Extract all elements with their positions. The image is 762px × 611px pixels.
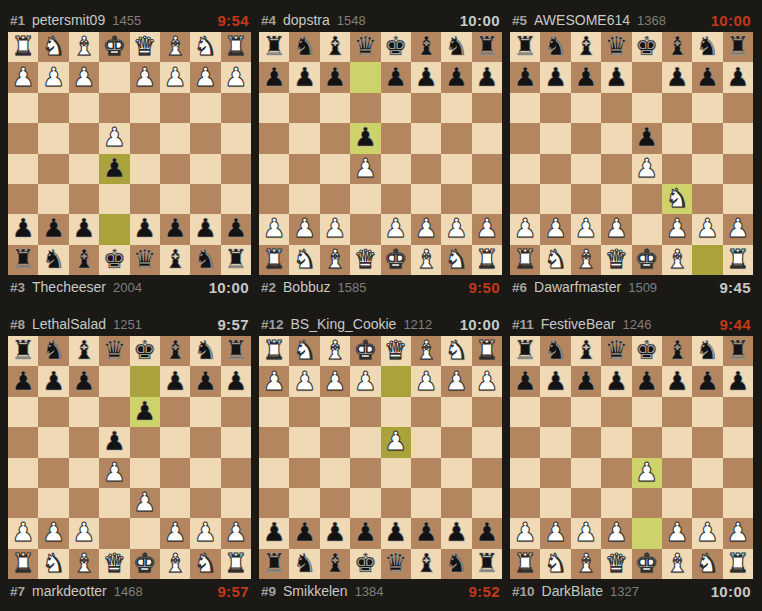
square-h1: ♜ [259, 336, 289, 366]
black-king-piece: ♚ [103, 246, 126, 272]
white-pawn-piece: ♟ [163, 519, 186, 545]
square-f5 [662, 123, 692, 153]
black-knight-piece: ♞ [544, 337, 567, 363]
square-h8: ♜ [472, 32, 502, 62]
board-number: #3 [10, 280, 25, 295]
square-d8: ♛ [99, 336, 129, 366]
square-d1: ♛ [601, 549, 631, 579]
black-king-piece: ♚ [635, 337, 658, 363]
square-a8: ♜ [510, 336, 540, 366]
square-c8: ♝ [69, 336, 99, 366]
square-a2: ♟ [221, 62, 251, 92]
white-rook-piece: ♜ [475, 246, 498, 272]
square-c2: ♟ [571, 518, 601, 548]
player-bar-top: #4 dopstra 1548 10:00 [259, 8, 502, 32]
square-e4: ♟ [632, 458, 662, 488]
square-h5 [723, 123, 753, 153]
square-h7: ♟ [723, 62, 753, 92]
square-f4 [662, 458, 692, 488]
square-a4 [510, 154, 540, 184]
player-rating: 1585 [338, 280, 367, 295]
square-a1: ♜ [221, 32, 251, 62]
square-f2: ♟ [69, 62, 99, 92]
square-g4 [289, 427, 319, 457]
square-e6 [632, 93, 662, 123]
square-b2: ♟ [190, 62, 220, 92]
square-a4 [472, 427, 502, 457]
square-b2: ♟ [38, 518, 68, 548]
square-f1: ♝ [320, 336, 350, 366]
square-c5 [571, 427, 601, 457]
black-bishop-piece: ♝ [574, 337, 597, 363]
square-c6 [571, 397, 601, 427]
white-rook-piece: ♜ [514, 246, 537, 272]
square-b7: ♟ [289, 62, 319, 92]
white-pawn-piece: ♟ [696, 519, 719, 545]
square-e4 [130, 458, 160, 488]
black-rook-piece: ♜ [12, 246, 35, 272]
black-king-piece: ♚ [635, 33, 658, 59]
black-rook-piece: ♜ [263, 550, 286, 576]
black-pawn-piece: ♟ [696, 368, 719, 394]
square-g6 [692, 397, 722, 427]
white-pawn-piece: ♟ [42, 519, 65, 545]
white-king-piece: ♚ [103, 33, 126, 59]
square-g5 [692, 427, 722, 457]
square-e1: ♚ [350, 336, 380, 366]
square-d8: ♛ [381, 549, 411, 579]
square-h7: ♟ [221, 366, 251, 396]
black-pawn-piece: ♟ [323, 519, 346, 545]
white-knight-piece: ♞ [696, 550, 719, 576]
square-b5 [441, 458, 471, 488]
black-pawn-piece: ♟ [726, 368, 749, 394]
player-clock: 9:50 [468, 279, 500, 296]
black-bishop-piece: ♝ [323, 33, 346, 59]
black-pawn-piece: ♟ [544, 368, 567, 394]
square-g5 [190, 427, 220, 457]
boards-grid: #1 petersmit09 1455 9:54 ♜♞♝♚♛♝♞♜♟♟♟♟♟♟♟… [0, 0, 762, 611]
square-b5 [540, 123, 570, 153]
square-a5 [510, 427, 540, 457]
square-d5 [130, 154, 160, 184]
square-g1 [692, 245, 722, 275]
square-g8: ♞ [441, 32, 471, 62]
black-pawn-piece: ♟ [475, 519, 498, 545]
square-d1: ♛ [601, 245, 631, 275]
board-number: #8 [10, 317, 25, 332]
square-f8: ♝ [160, 336, 190, 366]
black-knight-piece: ♞ [696, 337, 719, 363]
square-b4 [38, 458, 68, 488]
square-c4 [69, 458, 99, 488]
white-knight-piece: ♞ [665, 185, 688, 211]
white-king-piece: ♚ [635, 550, 658, 576]
square-e2 [130, 518, 160, 548]
square-d8: ♛ [601, 32, 631, 62]
white-pawn-piece: ♟ [293, 215, 316, 241]
square-c3 [160, 93, 190, 123]
white-king-piece: ♚ [635, 246, 658, 272]
square-h8: ♜ [259, 549, 289, 579]
black-knight-piece: ♞ [445, 33, 468, 59]
player-clock: 9:57 [217, 583, 249, 600]
square-h5 [472, 123, 502, 153]
square-e8: ♚ [130, 336, 160, 366]
square-c6 [571, 93, 601, 123]
black-king-piece: ♚ [133, 337, 156, 363]
white-rook-piece: ♜ [475, 337, 498, 363]
black-pawn-piece: ♟ [133, 398, 156, 424]
white-king-piece: ♚ [384, 246, 407, 272]
square-c3 [69, 488, 99, 518]
square-h6 [723, 397, 753, 427]
player-bar-bottom: #10 DarkBlate 1327 10:00 [510, 579, 753, 603]
white-pawn-piece: ♟ [414, 215, 437, 241]
black-rook-piece: ♜ [726, 337, 749, 363]
square-h6 [259, 488, 289, 518]
square-d2 [99, 518, 129, 548]
white-queen-piece: ♛ [354, 246, 377, 272]
square-g2: ♟ [289, 366, 319, 396]
square-b2: ♟ [540, 214, 570, 244]
square-b8: ♞ [441, 549, 471, 579]
player-name: dopstra [283, 12, 330, 28]
player-name: BS_King_Cookie [291, 316, 397, 332]
square-e7: ♟ [350, 518, 380, 548]
square-h4 [259, 427, 289, 457]
square-h2: ♟ [472, 214, 502, 244]
square-g5 [441, 123, 471, 153]
black-pawn-piece: ♟ [605, 64, 628, 90]
white-bishop-piece: ♝ [72, 33, 95, 59]
black-rook-piece: ♜ [475, 33, 498, 59]
square-e3 [632, 184, 662, 214]
chess-board[interactable]: ♜♞♝♛♚♝♞♜♟♟♟♟♟♟♟♟♟♟♟♟♟♟♟♟♜♞♝♛♚♝♞♜ [8, 336, 251, 579]
square-g3 [289, 397, 319, 427]
black-knight-piece: ♞ [42, 246, 65, 272]
white-pawn-piece: ♟ [445, 368, 468, 394]
white-pawn-piece: ♟ [103, 124, 126, 150]
square-e4: ♟ [632, 154, 662, 184]
square-c8: ♝ [160, 245, 190, 275]
black-queen-piece: ♛ [133, 246, 156, 272]
square-d7: ♟ [381, 518, 411, 548]
black-pawn-piece: ♟ [696, 64, 719, 90]
square-d2: ♟ [601, 214, 631, 244]
square-h3 [723, 488, 753, 518]
square-c4 [571, 154, 601, 184]
white-knight-piece: ♞ [445, 337, 468, 363]
player-clock: 10:00 [711, 583, 751, 600]
square-c4 [160, 123, 190, 153]
black-pawn-piece: ♟ [514, 64, 537, 90]
square-c8: ♝ [571, 32, 601, 62]
black-pawn-piece: ♟ [103, 428, 126, 454]
board-number: #11 [512, 317, 534, 332]
square-f2: ♟ [662, 518, 692, 548]
square-b3 [441, 397, 471, 427]
black-pawn-piece: ♟ [12, 368, 35, 394]
square-e3: ♟ [130, 488, 160, 518]
white-pawn-piece: ♟ [665, 215, 688, 241]
square-g2: ♟ [441, 214, 471, 244]
square-c7: ♟ [69, 366, 99, 396]
white-pawn-piece: ♟ [72, 64, 95, 90]
square-g6 [692, 93, 722, 123]
square-e5 [130, 427, 160, 457]
white-knight-piece: ♞ [42, 33, 65, 59]
board-number: #5 [512, 13, 527, 28]
square-d5: ♟ [99, 427, 129, 457]
white-pawn-piece: ♟ [12, 519, 35, 545]
square-a6 [472, 488, 502, 518]
square-a1: ♜ [259, 245, 289, 275]
square-d3 [130, 93, 160, 123]
square-b8: ♞ [38, 336, 68, 366]
square-f3 [160, 488, 190, 518]
black-pawn-piece: ♟ [163, 215, 186, 241]
square-d6 [130, 184, 160, 214]
square-e3 [381, 184, 411, 214]
square-b3 [289, 184, 319, 214]
square-b7: ♟ [540, 62, 570, 92]
square-b2: ♟ [441, 366, 471, 396]
black-bishop-piece: ♝ [414, 550, 437, 576]
black-pawn-piece: ♟ [194, 215, 217, 241]
square-c8: ♝ [411, 549, 441, 579]
square-b8: ♞ [540, 32, 570, 62]
chess-board[interactable]: ♜♞♝♛♚♝♞♜♟♟♟♟♟♟♟♟♟♞♟♟♟♟♟♟♟♜♞♝♛♚♝♜ [510, 32, 753, 275]
square-h6 [221, 397, 251, 427]
white-queen-piece: ♛ [384, 337, 407, 363]
black-bishop-piece: ♝ [323, 550, 346, 576]
square-c7: ♟ [571, 62, 601, 92]
square-h2: ♟ [723, 518, 753, 548]
square-h5 [8, 154, 38, 184]
square-f8: ♝ [411, 32, 441, 62]
square-f4 [160, 458, 190, 488]
square-c6 [411, 488, 441, 518]
chess-board[interactable]: ♜♞♝♛♚♝♞♜♟♟♟♟♟♟♟♟♟♟♟♟♟♟♟♟♜♞♝♛♚♝♞♜ [259, 32, 502, 275]
white-pawn-piece: ♟ [354, 155, 377, 181]
square-a4 [221, 123, 251, 153]
black-pawn-piece: ♟ [665, 368, 688, 394]
square-b4 [289, 154, 319, 184]
square-g3 [692, 184, 722, 214]
player-bar-bottom: #2 Bobbuz 1585 9:50 [259, 275, 502, 299]
white-pawn-piece: ♟ [726, 215, 749, 241]
square-f4 [411, 154, 441, 184]
board-number: #4 [261, 13, 276, 28]
square-f6 [160, 397, 190, 427]
square-d3 [601, 488, 631, 518]
square-c5 [411, 458, 441, 488]
player-bar-top: #11 FestiveBear 1246 9:44 [510, 312, 753, 336]
player-rating: 1368 [637, 13, 666, 28]
square-f5 [662, 427, 692, 457]
black-pawn-piece: ♟ [163, 368, 186, 394]
square-a3 [259, 184, 289, 214]
square-f5 [320, 458, 350, 488]
square-e6 [350, 488, 380, 518]
square-f1: ♝ [69, 32, 99, 62]
square-a5 [259, 123, 289, 153]
square-b6 [441, 488, 471, 518]
square-g7: ♟ [692, 366, 722, 396]
square-d7 [350, 62, 380, 92]
white-knight-piece: ♞ [194, 550, 217, 576]
square-f4 [69, 123, 99, 153]
square-c7: ♟ [160, 214, 190, 244]
square-e2: ♟ [350, 366, 380, 396]
square-f2: ♟ [160, 518, 190, 548]
square-d5: ♟ [350, 123, 380, 153]
player-bar-top: #1 petersmit09 1455 9:54 [8, 8, 251, 32]
black-pawn-piece: ♟ [263, 519, 286, 545]
square-g5 [289, 458, 319, 488]
square-a5 [8, 427, 38, 457]
square-a3 [510, 488, 540, 518]
board-number: #2 [261, 280, 276, 295]
square-d1: ♛ [130, 32, 160, 62]
square-a2: ♟ [510, 214, 540, 244]
black-bishop-piece: ♝ [163, 337, 186, 363]
square-g7: ♟ [289, 518, 319, 548]
white-pawn-piece: ♟ [696, 215, 719, 241]
square-c1: ♝ [160, 32, 190, 62]
square-e7 [632, 62, 662, 92]
player-clock: 9:52 [468, 583, 500, 600]
black-queen-piece: ♛ [354, 33, 377, 59]
black-king-piece: ♚ [384, 33, 407, 59]
player-rating: 1384 [355, 584, 384, 599]
square-f7: ♟ [69, 214, 99, 244]
square-b1: ♞ [190, 32, 220, 62]
square-d3 [601, 184, 631, 214]
black-king-piece: ♚ [354, 550, 377, 576]
white-king-piece: ♚ [133, 550, 156, 576]
square-d6 [350, 93, 380, 123]
square-e7 [130, 366, 160, 396]
square-e4: ♟ [99, 123, 129, 153]
black-pawn-piece: ♟ [293, 519, 316, 545]
game-board-card: #5 AWESOME614 1368 10:00 ♜♞♝♛♚♝♞♜♟♟♟♟♟♟♟… [510, 8, 753, 299]
black-rook-piece: ♜ [475, 550, 498, 576]
square-g1: ♞ [441, 245, 471, 275]
black-pawn-piece: ♟ [72, 368, 95, 394]
square-h8: ♜ [8, 245, 38, 275]
square-d4 [130, 123, 160, 153]
square-h1: ♜ [723, 549, 753, 579]
white-rook-piece: ♜ [263, 337, 286, 363]
square-d8: ♛ [130, 245, 160, 275]
square-h2: ♟ [8, 62, 38, 92]
square-f2: ♟ [411, 214, 441, 244]
square-c2: ♟ [320, 214, 350, 244]
square-c7: ♟ [320, 62, 350, 92]
square-g8: ♞ [289, 549, 319, 579]
square-f3 [411, 184, 441, 214]
square-c3 [320, 184, 350, 214]
black-rook-piece: ♜ [514, 33, 537, 59]
white-queen-piece: ♛ [605, 550, 628, 576]
square-e5 [381, 123, 411, 153]
white-pawn-piece: ♟ [224, 64, 247, 90]
white-pawn-piece: ♟ [133, 64, 156, 90]
white-pawn-piece: ♟ [133, 489, 156, 515]
square-h1: ♜ [221, 549, 251, 579]
square-c8: ♝ [571, 336, 601, 366]
square-a5 [221, 154, 251, 184]
square-e1: ♚ [632, 549, 662, 579]
player-bar-bottom: #6 Dawarfmaster 1509 9:45 [510, 275, 753, 299]
square-b2: ♟ [540, 518, 570, 548]
white-pawn-piece: ♟ [263, 215, 286, 241]
white-bishop-piece: ♝ [414, 337, 437, 363]
square-h7: ♟ [472, 62, 502, 92]
square-f1: ♝ [662, 549, 692, 579]
player-rating: 1455 [112, 13, 141, 28]
board-number: #6 [512, 280, 527, 295]
white-king-piece: ♚ [354, 337, 377, 363]
square-h7: ♟ [723, 366, 753, 396]
game-board-card: #4 dopstra 1548 10:00 ♜♞♝♛♚♝♞♜♟♟♟♟♟♟♟♟♟♟… [259, 8, 502, 299]
square-c2: ♟ [571, 214, 601, 244]
black-pawn-piece: ♟ [42, 215, 65, 241]
square-g2: ♟ [190, 518, 220, 548]
square-d1: ♛ [381, 336, 411, 366]
square-a1: ♜ [8, 549, 38, 579]
black-bishop-piece: ♝ [665, 33, 688, 59]
white-bishop-piece: ♝ [72, 550, 95, 576]
game-board-card: #11 FestiveBear 1246 9:44 ♜♞♝♛♚♝♞♜♟♟♟♟♟♟… [510, 312, 753, 603]
white-pawn-piece: ♟ [163, 64, 186, 90]
square-f5 [160, 427, 190, 457]
white-knight-piece: ♞ [42, 550, 65, 576]
black-pawn-piece: ♟ [445, 64, 468, 90]
square-d1: ♛ [350, 245, 380, 275]
square-c3 [411, 397, 441, 427]
square-f3: ♞ [662, 184, 692, 214]
square-h5 [259, 458, 289, 488]
square-b5 [190, 154, 220, 184]
square-d4 [601, 154, 631, 184]
square-e6 [381, 93, 411, 123]
square-f3 [320, 397, 350, 427]
chess-board[interactable]: ♜♞♝♚♛♝♞♜♟♟♟♟♟♟♟♟♟♟♟♟♟♟♟♟♜♞♝♚♛♝♞♜ [8, 32, 251, 275]
white-rook-piece: ♜ [12, 33, 35, 59]
square-g8: ♞ [38, 245, 68, 275]
chess-board[interactable]: ♜♞♝♛♚♝♞♜♟♟♟♟♟♟♟♟♟♟♟♟♟♟♟♟♜♞♝♛♚♝♞♜ [510, 336, 753, 579]
black-knight-piece: ♞ [445, 550, 468, 576]
square-c7: ♟ [571, 366, 601, 396]
white-rook-piece: ♜ [263, 246, 286, 272]
square-g7: ♟ [441, 62, 471, 92]
square-c1: ♝ [571, 245, 601, 275]
square-h8: ♜ [723, 336, 753, 366]
chess-board[interactable]: ♜♞♝♚♛♝♞♜♟♟♟♟♟♟♟♟♟♟♟♟♟♟♟♟♜♞♝♚♛♝♞♜ [259, 336, 502, 579]
square-g2: ♟ [692, 214, 722, 244]
player-clock: 9:44 [719, 316, 751, 333]
square-g1: ♞ [190, 549, 220, 579]
square-h4 [723, 458, 753, 488]
white-bishop-piece: ♝ [163, 550, 186, 576]
player-bar-top: #5 AWESOME614 1368 10:00 [510, 8, 753, 32]
square-f2: ♟ [320, 366, 350, 396]
black-pawn-piece: ♟ [263, 64, 286, 90]
square-b2: ♟ [289, 214, 319, 244]
